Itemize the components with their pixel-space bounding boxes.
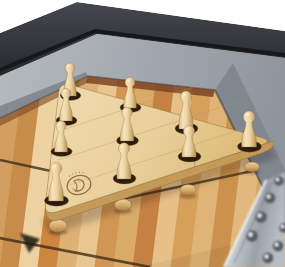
screenshot-root (0, 0, 285, 267)
peg-highlight (124, 110, 127, 112)
peg-highlight (53, 165, 56, 167)
foot-4 (245, 162, 260, 172)
peg-highlight (68, 65, 71, 67)
foot-3 (180, 185, 196, 196)
peg-highlight (246, 114, 249, 116)
peg-highlight (183, 94, 186, 96)
peg-highlight (186, 128, 189, 130)
peg-highlight (63, 91, 66, 93)
foot-1 (49, 220, 67, 233)
peg-highlight (127, 79, 130, 81)
peg-highlight (58, 123, 61, 125)
scene-photo (0, 0, 285, 267)
peg-highlight (121, 145, 124, 147)
